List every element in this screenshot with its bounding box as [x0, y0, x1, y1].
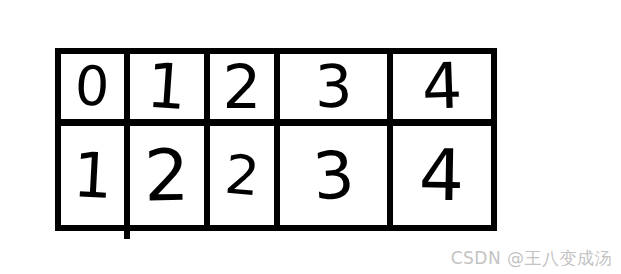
grid-cell-r1c5: 4 — [393, 54, 491, 126]
cell-digit: 4 — [419, 140, 465, 212]
grid-cell-r2c2: 2 — [130, 126, 210, 225]
hand-drawn-stroke-overshoot — [124, 230, 130, 239]
cell-digit: 1 — [71, 144, 114, 208]
grid-cell-r2c1: 1 — [61, 126, 130, 225]
grid-cell-r1c2: 1 — [130, 54, 210, 126]
grid-cell-r1c3: 2 — [210, 54, 280, 126]
cell-digit: 1 — [145, 54, 189, 119]
cell-digit: 2 — [144, 140, 190, 212]
cell-digit: 4 — [421, 54, 463, 118]
grid-cell-r1c4: 3 — [280, 54, 393, 126]
cell-digit: 2 — [223, 56, 262, 117]
grid-cell-r2c5: 4 — [393, 126, 491, 225]
cell-digit: 3 — [314, 57, 353, 117]
cell-digit: 0 — [74, 59, 111, 115]
cell-digit: 3 — [311, 142, 357, 210]
number-grid: 0 1 2 3 4 1 2 2 3 4 — [55, 48, 497, 231]
grid-cell-r1c1: 0 — [61, 54, 130, 126]
canvas: 0 1 2 3 4 1 2 2 3 4 CSDN @王八变成汤 — [0, 0, 621, 274]
watermark: CSDN @王八变成汤 — [451, 247, 612, 270]
grid-cell-r2c3: 2 — [210, 126, 280, 225]
cell-digit: 2 — [223, 147, 262, 204]
grid-cell-r2c4: 3 — [280, 126, 393, 225]
